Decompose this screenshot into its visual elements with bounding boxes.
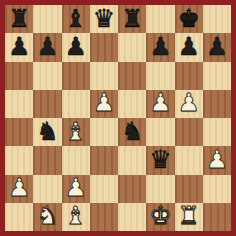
square-a1[interactable] — [5, 203, 33, 231]
piece-black-pawn[interactable]: ♟ — [149, 34, 171, 59]
piece-black-rook[interactable]: ♜ — [8, 6, 30, 31]
square-f4[interactable] — [146, 118, 174, 146]
piece-black-knight[interactable]: ♞ — [36, 119, 58, 144]
square-c6[interactable] — [62, 62, 90, 90]
square-d2[interactable] — [90, 175, 118, 203]
square-g3[interactable] — [175, 146, 203, 174]
square-f6[interactable] — [146, 62, 174, 90]
square-c7[interactable]: ♟ — [62, 33, 90, 61]
piece-black-queen[interactable]: ♛ — [149, 147, 171, 172]
square-f5[interactable]: ♟ — [146, 90, 174, 118]
square-e3[interactable] — [118, 146, 146, 174]
piece-white-rook[interactable]: ♜ — [177, 203, 199, 228]
square-c8[interactable]: ♝ — [62, 5, 90, 33]
square-g6[interactable] — [175, 62, 203, 90]
piece-black-pawn[interactable]: ♟ — [206, 34, 228, 59]
square-c3[interactable] — [62, 146, 90, 174]
square-f1[interactable]: ♚ — [146, 203, 174, 231]
square-d7[interactable] — [90, 33, 118, 61]
square-a2[interactable]: ♟ — [5, 175, 33, 203]
piece-white-pawn[interactable]: ♟ — [93, 90, 115, 115]
square-b8[interactable] — [33, 5, 61, 33]
piece-white-pawn[interactable]: ♟ — [64, 175, 86, 200]
chess-board: ♜♝♛♜♚♟♟♟♟♟♟♟♟♟♞♝♞♛♟♟♟♞♝♚♜ — [0, 0, 236, 236]
square-f7[interactable]: ♟ — [146, 33, 174, 61]
square-d3[interactable] — [90, 146, 118, 174]
piece-black-pawn[interactable]: ♟ — [64, 34, 86, 59]
square-a5[interactable] — [5, 90, 33, 118]
piece-white-king[interactable]: ♚ — [149, 203, 171, 228]
square-h7[interactable]: ♟ — [203, 33, 231, 61]
piece-white-bishop[interactable]: ♝ — [64, 203, 86, 228]
piece-black-pawn[interactable]: ♟ — [177, 34, 199, 59]
square-b1[interactable]: ♞ — [33, 203, 61, 231]
piece-white-bishop[interactable]: ♝ — [64, 119, 86, 144]
square-b7[interactable]: ♟ — [33, 33, 61, 61]
square-h8[interactable] — [203, 5, 231, 33]
piece-black-knight[interactable]: ♞ — [121, 119, 143, 144]
square-g8[interactable]: ♚ — [175, 5, 203, 33]
piece-black-pawn[interactable]: ♟ — [36, 34, 58, 59]
square-a6[interactable] — [5, 62, 33, 90]
piece-white-pawn[interactable]: ♟ — [8, 175, 30, 200]
piece-white-pawn[interactable]: ♟ — [149, 90, 171, 115]
square-d8[interactable]: ♛ — [90, 5, 118, 33]
piece-white-knight[interactable]: ♞ — [36, 203, 58, 228]
square-b4[interactable]: ♞ — [33, 118, 61, 146]
square-b6[interactable] — [33, 62, 61, 90]
square-f2[interactable] — [146, 175, 174, 203]
square-g7[interactable]: ♟ — [175, 33, 203, 61]
square-h1[interactable] — [203, 203, 231, 231]
square-b3[interactable] — [33, 146, 61, 174]
square-c5[interactable] — [62, 90, 90, 118]
piece-white-pawn[interactable]: ♟ — [206, 147, 228, 172]
square-h6[interactable] — [203, 62, 231, 90]
square-d1[interactable] — [90, 203, 118, 231]
piece-black-king[interactable]: ♚ — [177, 6, 199, 31]
square-e4[interactable]: ♞ — [118, 118, 146, 146]
square-a4[interactable] — [5, 118, 33, 146]
square-c1[interactable]: ♝ — [62, 203, 90, 231]
square-e6[interactable] — [118, 62, 146, 90]
square-b2[interactable] — [33, 175, 61, 203]
square-g1[interactable]: ♜ — [175, 203, 203, 231]
square-e2[interactable] — [118, 175, 146, 203]
piece-white-pawn[interactable]: ♟ — [177, 90, 199, 115]
square-g2[interactable] — [175, 175, 203, 203]
square-c2[interactable]: ♟ — [62, 175, 90, 203]
square-e8[interactable]: ♜ — [118, 5, 146, 33]
square-b5[interactable] — [33, 90, 61, 118]
square-a8[interactable]: ♜ — [5, 5, 33, 33]
piece-black-rook[interactable]: ♜ — [121, 6, 143, 31]
piece-black-pawn[interactable]: ♟ — [8, 34, 30, 59]
square-h5[interactable] — [203, 90, 231, 118]
square-a7[interactable]: ♟ — [5, 33, 33, 61]
square-e5[interactable] — [118, 90, 146, 118]
square-e7[interactable] — [118, 33, 146, 61]
square-f3[interactable]: ♛ — [146, 146, 174, 174]
square-d4[interactable] — [90, 118, 118, 146]
square-f8[interactable] — [146, 5, 174, 33]
square-g4[interactable] — [175, 118, 203, 146]
square-a3[interactable] — [5, 146, 33, 174]
square-h4[interactable] — [203, 118, 231, 146]
square-g5[interactable]: ♟ — [175, 90, 203, 118]
piece-black-queen[interactable]: ♛ — [93, 6, 115, 31]
square-d5[interactable]: ♟ — [90, 90, 118, 118]
square-c4[interactable]: ♝ — [62, 118, 90, 146]
square-h2[interactable] — [203, 175, 231, 203]
square-e1[interactable] — [118, 203, 146, 231]
square-d6[interactable] — [90, 62, 118, 90]
square-h3[interactable]: ♟ — [203, 146, 231, 174]
piece-black-bishop[interactable]: ♝ — [64, 6, 86, 31]
